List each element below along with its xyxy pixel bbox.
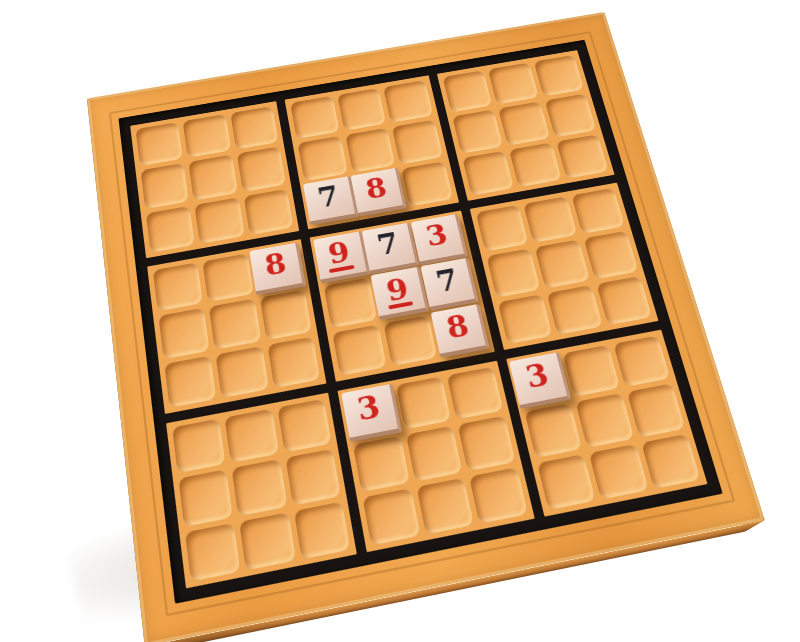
cell-r5c4[interactable] bbox=[324, 278, 377, 328]
cell-r8c3[interactable] bbox=[285, 449, 341, 505]
box-3-2: 3 bbox=[338, 361, 535, 552]
cell-r7c3[interactable] bbox=[277, 399, 332, 453]
cell-r8c5[interactable] bbox=[406, 426, 463, 481]
cell-r4c3[interactable]: 8 bbox=[252, 245, 304, 294]
cell-r1c6[interactable] bbox=[383, 80, 433, 123]
cell-r8c4[interactable] bbox=[353, 436, 409, 492]
tile-digit: 3 bbox=[355, 391, 383, 426]
tile-digit: 8 bbox=[363, 174, 389, 204]
cell-r6c8[interactable] bbox=[547, 285, 603, 335]
number-tile-7[interactable]: 7 bbox=[362, 222, 419, 274]
scene: 78897397833 bbox=[90, 0, 710, 640]
cell-r3c4[interactable]: 7 bbox=[306, 178, 357, 224]
cell-r1c1[interactable] bbox=[135, 122, 183, 166]
cell-r4c8[interactable] bbox=[523, 196, 577, 243]
box-1-2: 78 bbox=[285, 75, 459, 229]
cell-r6c1[interactable] bbox=[164, 355, 217, 408]
cell-r1c9[interactable] bbox=[533, 55, 584, 97]
tile-digit: 7 bbox=[375, 229, 401, 260]
cell-r6c3[interactable] bbox=[267, 336, 320, 388]
cell-r1c8[interactable] bbox=[488, 63, 539, 105]
cell-r9c3[interactable] bbox=[294, 501, 351, 559]
number-tile-9[interactable]: 9 bbox=[371, 267, 430, 321]
box-1-1 bbox=[130, 101, 299, 258]
tile-digit: 3 bbox=[523, 359, 552, 393]
cell-r9c2[interactable] bbox=[240, 512, 296, 571]
cell-r8c6[interactable] bbox=[458, 416, 515, 471]
cell-r4c9[interactable] bbox=[571, 188, 625, 235]
number-tile-8[interactable]: 8 bbox=[351, 167, 407, 217]
cell-r2c1[interactable] bbox=[141, 163, 190, 209]
cell-r8c7[interactable] bbox=[524, 403, 582, 457]
cell-r2c8[interactable] bbox=[498, 102, 550, 146]
cell-r7c5[interactable] bbox=[396, 376, 452, 429]
cell-r4c5[interactable]: 7 bbox=[365, 225, 417, 273]
tile-digit: 7 bbox=[433, 265, 460, 297]
cell-r8c1[interactable] bbox=[178, 470, 233, 527]
cell-r3c3[interactable] bbox=[243, 188, 293, 235]
number-tile-3[interactable]: 3 bbox=[410, 214, 468, 265]
cell-r5c6[interactable]: 7 bbox=[423, 260, 477, 309]
cell-r1c5[interactable] bbox=[337, 88, 386, 131]
number-tile-7[interactable]: 7 bbox=[303, 175, 359, 225]
cell-r3c9[interactable] bbox=[556, 134, 609, 179]
cell-r3c1[interactable] bbox=[146, 206, 196, 253]
cell-r2c2[interactable] bbox=[189, 155, 238, 200]
cell-r5c3[interactable] bbox=[260, 290, 312, 340]
cell-r9c1[interactable] bbox=[185, 522, 241, 581]
box-2-3 bbox=[469, 183, 658, 350]
cell-r1c3[interactable] bbox=[230, 106, 279, 150]
number-tile-8[interactable]: 8 bbox=[430, 303, 490, 358]
cell-r5c7[interactable] bbox=[486, 249, 540, 298]
cell-r5c5[interactable]: 9 bbox=[374, 269, 427, 318]
cell-r9c8[interactable] bbox=[589, 444, 649, 500]
cell-r7c7[interactable]: 3 bbox=[512, 354, 569, 407]
cell-r4c2[interactable] bbox=[203, 253, 254, 302]
cell-r6c2[interactable] bbox=[216, 346, 269, 398]
cell-r1c4[interactable] bbox=[290, 96, 339, 139]
number-tile-8[interactable]: 8 bbox=[249, 242, 306, 295]
cell-r8c2[interactable] bbox=[232, 459, 287, 516]
cell-r9c9[interactable] bbox=[641, 433, 701, 489]
cell-r6c9[interactable] bbox=[596, 276, 652, 326]
tile-digit: 8 bbox=[263, 249, 289, 281]
cell-r5c1[interactable] bbox=[158, 308, 210, 359]
number-tile-3[interactable]: 3 bbox=[509, 352, 571, 409]
cell-r9c4[interactable] bbox=[363, 488, 421, 546]
cell-r1c7[interactable] bbox=[442, 70, 492, 112]
tile-digit: 3 bbox=[423, 220, 450, 251]
number-tile-9[interactable]: 9 bbox=[313, 231, 370, 283]
box-2-2: 973978 bbox=[310, 211, 494, 382]
cell-r7c4[interactable]: 3 bbox=[344, 386, 399, 440]
cell-r4c6[interactable]: 3 bbox=[413, 216, 466, 264]
cell-r2c6[interactable] bbox=[392, 120, 443, 164]
cell-r5c8[interactable] bbox=[535, 240, 590, 288]
cell-r7c1[interactable] bbox=[172, 419, 226, 474]
cell-r3c8[interactable] bbox=[509, 142, 561, 187]
cell-r7c9[interactable] bbox=[613, 335, 671, 387]
board-black-border: 78897397833 bbox=[118, 40, 722, 604]
cell-r2c3[interactable] bbox=[237, 147, 286, 192]
cell-r6c5[interactable] bbox=[383, 315, 437, 366]
cell-r3c2[interactable] bbox=[195, 197, 245, 244]
cell-r2c7[interactable] bbox=[452, 110, 503, 154]
cell-r3c6[interactable] bbox=[401, 161, 453, 207]
tile-digit: 7 bbox=[315, 182, 340, 212]
cell-r4c7[interactable] bbox=[475, 205, 528, 252]
tile-digit: 9 bbox=[326, 238, 352, 269]
cell-r8c9[interactable] bbox=[626, 384, 685, 438]
cell-r9c5[interactable] bbox=[416, 477, 474, 534]
cell-r3c7[interactable] bbox=[462, 150, 514, 195]
box-1-3 bbox=[437, 50, 615, 201]
product-photo-stage: 78897397833 bbox=[0, 0, 800, 642]
cell-r7c8[interactable] bbox=[563, 345, 620, 397]
cell-r5c9[interactable] bbox=[583, 231, 638, 279]
cell-r7c2[interactable] bbox=[225, 409, 279, 464]
cell-r9c6[interactable] bbox=[469, 467, 528, 524]
cell-r8c8[interactable] bbox=[575, 393, 633, 447]
cell-r5c2[interactable] bbox=[209, 299, 261, 349]
cell-r4c4[interactable]: 9 bbox=[316, 233, 368, 281]
cell-r6c7[interactable] bbox=[497, 294, 552, 344]
cell-r2c4[interactable] bbox=[298, 136, 348, 181]
cell-r6c4[interactable] bbox=[333, 324, 387, 375]
cell-r2c5[interactable] bbox=[345, 128, 395, 172]
cell-r3c5[interactable]: 8 bbox=[353, 169, 404, 215]
sudoku-box: 78897397833 bbox=[94, 29, 754, 642]
box-3-3: 3 bbox=[506, 330, 708, 517]
cell-r2c9[interactable] bbox=[544, 94, 596, 137]
box-2-1: 8 bbox=[147, 239, 327, 414]
cell-r9c7[interactable] bbox=[537, 454, 596, 510]
cell-r1c2[interactable] bbox=[183, 114, 231, 158]
cell-r6c6[interactable]: 8 bbox=[433, 306, 488, 357]
sudoku-board: 78897397833 bbox=[130, 50, 707, 588]
number-tile-3[interactable]: 3 bbox=[341, 384, 402, 442]
cell-r7c6[interactable] bbox=[447, 367, 503, 420]
tile-digit: 8 bbox=[444, 310, 472, 343]
cell-r4c1[interactable] bbox=[153, 262, 204, 311]
box-3-1 bbox=[166, 393, 357, 589]
number-tile-7[interactable]: 7 bbox=[420, 258, 479, 311]
